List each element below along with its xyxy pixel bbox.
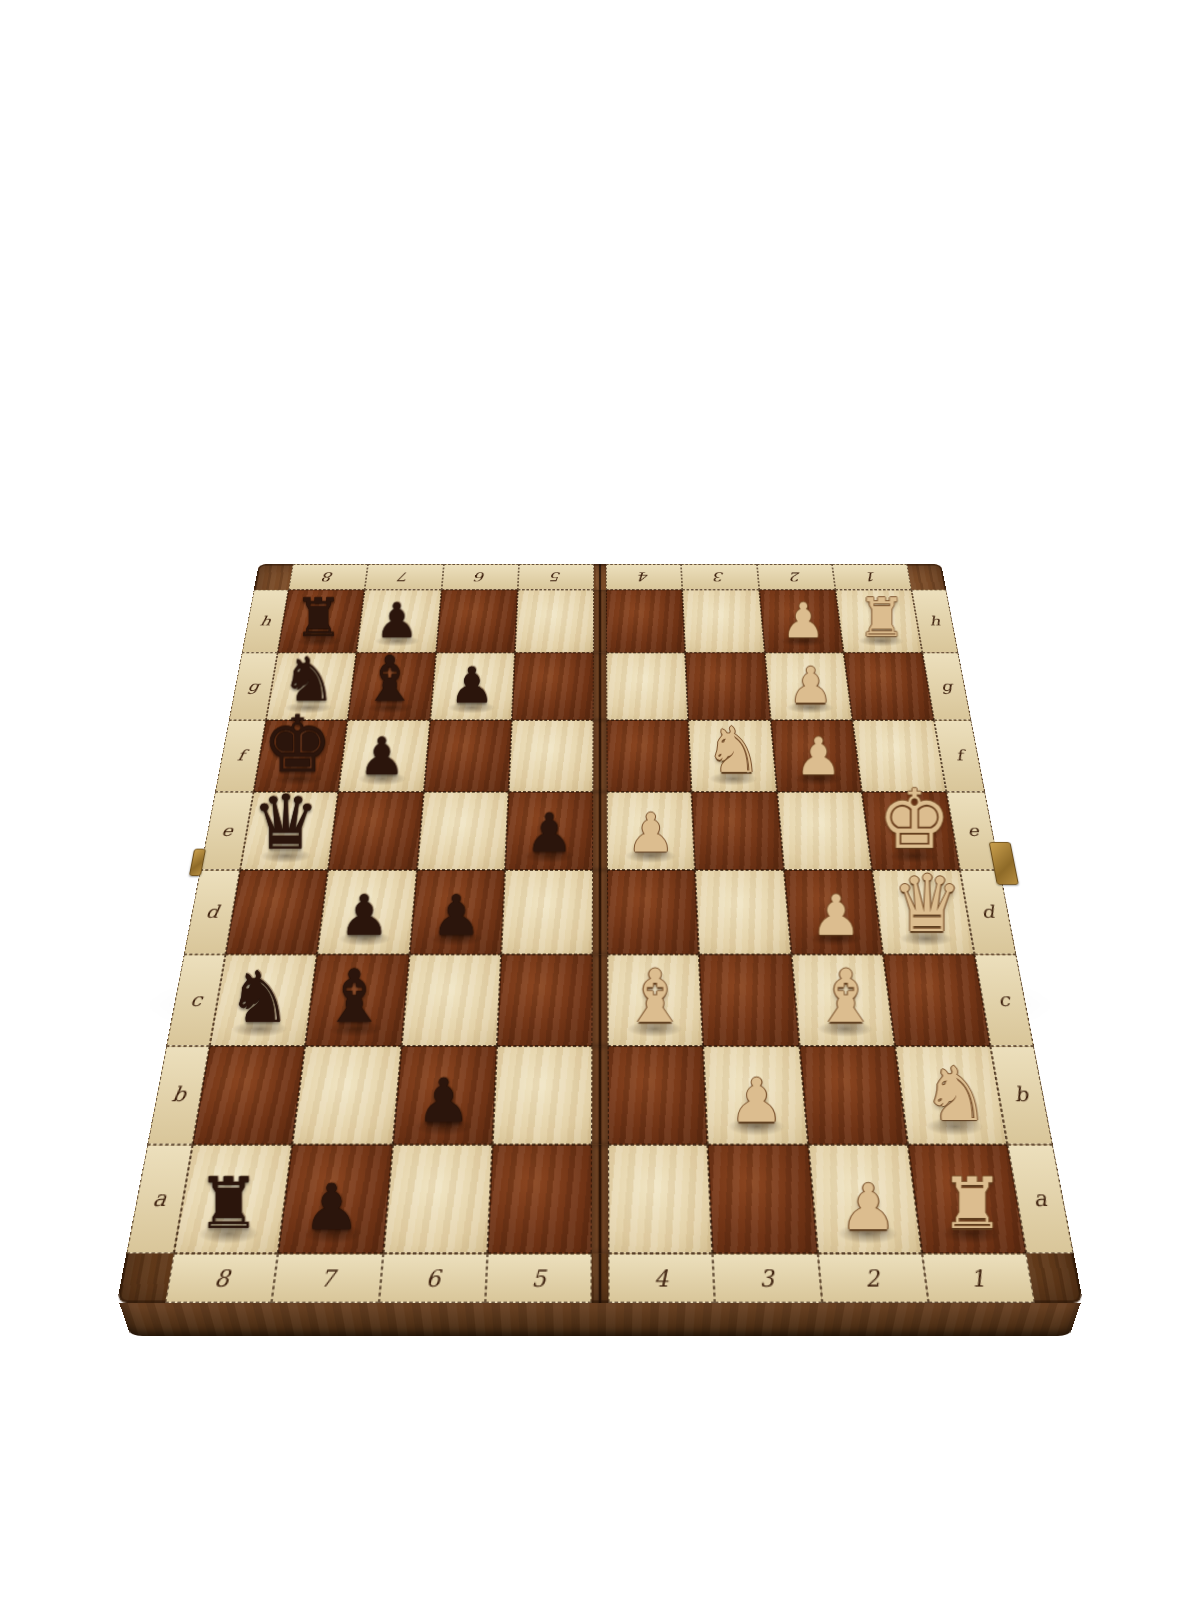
file-label-text: h [928,613,941,628]
square-c2[interactable]: ♝ [791,954,895,1045]
file-label-text: h [259,613,272,628]
near-rank-label-4: 4 [608,1253,715,1302]
rank-label-text: 1 [865,570,878,584]
square-d5[interactable] [501,870,593,954]
square-b8[interactable] [192,1046,305,1145]
square-a4[interactable] [608,1145,713,1254]
white-queen-d1[interactable]: ♛ [882,867,971,942]
near-rank-label-6: 6 [378,1253,487,1302]
square-g5[interactable] [512,653,594,720]
square-h1[interactable]: ♜ [835,590,922,653]
near-rank-label-2: 2 [817,1253,928,1302]
hinge-seam [592,1046,608,1145]
square-b7[interactable] [292,1046,401,1145]
square-b5[interactable] [492,1046,592,1145]
square-f2[interactable]: ♟ [770,720,861,792]
square-g1[interactable] [843,653,934,720]
far-rank-label-5: 5 [518,564,594,590]
file-label-text: d [980,901,996,921]
square-g6[interactable]: ♟ [430,653,515,720]
far-rank-label-7: 7 [365,564,444,590]
square-c6[interactable] [401,954,501,1045]
square-e4[interactable]: ♟ [607,792,696,870]
file-label-text: a [151,1185,169,1210]
far-rank-label-2: 2 [757,564,836,590]
square-e8[interactable]: ♛ [240,792,338,870]
square-a7[interactable]: ♟ [278,1145,392,1254]
square-h3[interactable] [682,590,764,653]
black-pawn-f7[interactable]: ♟ [341,732,424,781]
rank-label-text: 3 [714,570,725,584]
square-g7[interactable]: ♝ [348,653,436,720]
far-rank-label-6: 6 [441,564,519,590]
square-f7[interactable]: ♟ [338,720,429,792]
white-bishop-c4[interactable]: ♝ [609,962,702,1032]
file-label-text: g [939,678,953,694]
file-label-text: a [1031,1185,1049,1210]
square-b3[interactable]: ♟ [703,1046,807,1145]
frame-corner [907,564,946,590]
rank-label-text: 2 [864,1264,881,1291]
square-f3[interactable]: ♞ [688,720,776,792]
square-f4[interactable] [606,720,691,792]
white-knight-f3[interactable]: ♞ [692,721,775,781]
rank-label-text: 5 [551,570,562,584]
black-queen-e8[interactable]: ♛ [243,787,329,859]
frame-corner [117,1253,174,1302]
square-d2[interactable]: ♟ [784,870,883,954]
square-a5[interactable] [487,1145,592,1254]
hinge-seam-cap [592,1253,609,1302]
square-e7[interactable] [328,792,423,870]
square-d8[interactable] [225,870,328,954]
rank-label-text: 8 [322,570,335,584]
white-king-e1[interactable]: ♚ [871,781,957,858]
file-label-text: g [247,678,261,694]
square-e2[interactable] [777,792,872,870]
file-label-text: e [966,821,980,839]
square-a2[interactable]: ♟ [808,1145,922,1254]
rank-label-text: 4 [654,1264,669,1291]
white-knight-b1[interactable]: ♞ [907,1060,1004,1131]
frame-corner [1026,1253,1083,1302]
near-rank-label-7: 7 [272,1253,383,1302]
square-h5[interactable] [515,590,594,653]
square-b4[interactable] [608,1046,708,1145]
square-h6[interactable] [436,590,518,653]
rank-label-text: 6 [475,570,486,584]
rank-label-text: 1 [969,1264,988,1291]
rank-label-text: 7 [319,1264,336,1291]
black-pawn-h7[interactable]: ♟ [359,597,436,643]
box-front-edge [119,1303,1080,1336]
chessboard: 87654321h♜♟♟♜hg♞♝♟♟gf♚♟♞♟fe♛♟♟♚ed♟♟♟♛dc♞… [117,564,1083,1303]
photo-background: 87654321h♜♟♟♜hg♞♝♟♟gf♚♟♞♟fe♛♟♟♚ed♟♟♟♛dc♞… [0,0,1200,1600]
hinge-seam-cap [594,564,606,590]
square-c7[interactable]: ♝ [305,954,409,1045]
file-label-text: f [236,747,246,764]
square-a6[interactable] [383,1145,492,1254]
hinge-seam [592,954,607,1045]
square-b6[interactable]: ♟ [392,1046,496,1145]
rank-label-text: 5 [531,1264,546,1291]
frame-corner [254,564,293,590]
white-pawn-h2[interactable]: ♟ [764,597,841,643]
square-c1[interactable] [883,954,991,1045]
square-b1[interactable]: ♞ [895,1046,1008,1145]
black-king-f8[interactable]: ♚ [256,707,339,782]
square-g2[interactable]: ♟ [764,653,852,720]
black-pawn-a7[interactable]: ♟ [281,1177,383,1237]
far-rank-label-3: 3 [681,564,759,590]
rank-label-text: 4 [639,570,650,584]
file-label-text: c [996,988,1011,1009]
file-label-text: c [189,988,204,1009]
hinge-seam [593,870,608,954]
square-e6[interactable] [417,792,509,870]
black-pawn-e5[interactable]: ♟ [506,807,592,858]
hinge-seam [593,720,606,792]
file-label-text: d [204,901,220,921]
square-g3[interactable] [685,653,770,720]
square-e5[interactable]: ♟ [505,792,594,870]
square-c8[interactable]: ♞ [210,954,318,1045]
black-pawn-b6[interactable]: ♟ [395,1072,492,1130]
rank-label-text: 2 [790,570,802,584]
hinge-seam [592,1145,609,1254]
white-pawn-f2[interactable]: ♟ [777,732,860,781]
square-b2[interactable] [799,1046,908,1145]
square-g4[interactable] [606,653,688,720]
square-d4[interactable] [607,870,699,954]
hinge-seam [594,590,607,653]
black-rook-a8[interactable]: ♜ [177,1170,279,1237]
far-rank-label-4: 4 [606,564,682,590]
white-pawn-g2[interactable]: ♟ [770,662,850,709]
square-d7[interactable]: ♟ [317,870,416,954]
near-rank-label-3: 3 [713,1253,822,1302]
square-h2[interactable]: ♟ [759,590,844,653]
square-e3[interactable] [692,792,784,870]
rank-label-text: 7 [398,570,410,584]
file-label-text: b [170,1083,188,1106]
near-rank-label-1: 1 [922,1253,1035,1302]
black-bishop-g7[interactable]: ♝ [350,650,430,710]
square-c4[interactable]: ♝ [607,954,703,1045]
square-c5[interactable] [497,954,593,1045]
square-f5[interactable] [508,720,593,792]
black-knight-c8[interactable]: ♞ [213,964,306,1032]
black-bishop-c7[interactable]: ♝ [308,962,401,1032]
rank-label-text: 6 [425,1264,441,1291]
square-h4[interactable] [606,590,685,653]
file-label-text: f [954,747,964,764]
white-pawn-a2[interactable]: ♟ [817,1177,919,1237]
rank-label-text: 3 [759,1264,775,1291]
near-rank-label-8: 8 [165,1253,278,1302]
square-a1[interactable]: ♜ [908,1145,1027,1254]
rank-label-text: 8 [213,1264,232,1291]
square-f6[interactable] [423,720,511,792]
near-rank-label-5: 5 [485,1253,592,1302]
square-a8[interactable]: ♜ [174,1145,293,1254]
black-pawn-g6[interactable]: ♟ [431,662,511,709]
black-pawn-d7[interactable]: ♟ [320,889,409,942]
black-pawn-d6[interactable]: ♟ [411,889,500,942]
board-scene: 87654321h♜♟♟♜hg♞♝♟♟gf♚♟♞♟fe♛♟♟♚ed♟♟♟♛dc♞… [200,455,1000,1285]
board-frame: 87654321h♜♟♟♜hg♞♝♟♟gf♚♟♞♟fe♛♟♟♚ed♟♟♟♛dc♞… [117,564,1083,1303]
white-pawn-b3[interactable]: ♟ [708,1072,805,1130]
file-label-text: b [1012,1083,1030,1106]
hinge-seam [593,792,607,870]
white-rook-a1[interactable]: ♜ [921,1170,1023,1237]
white-rook-h1[interactable]: ♜ [843,592,920,643]
square-a3[interactable] [708,1145,817,1254]
square-d1[interactable]: ♛ [872,870,975,954]
square-c3[interactable] [699,954,799,1045]
square-h8[interactable]: ♜ [278,590,365,653]
white-bishop-c2[interactable]: ♝ [799,962,892,1032]
square-d3[interactable] [695,870,791,954]
file-label-text: e [220,821,234,839]
black-rook-h8[interactable]: ♜ [280,592,357,643]
hinge-seam [594,653,607,720]
white-pawn-d2[interactable]: ♟ [791,889,880,942]
square-d6[interactable]: ♟ [409,870,505,954]
white-pawn-e4[interactable]: ♟ [608,807,694,858]
